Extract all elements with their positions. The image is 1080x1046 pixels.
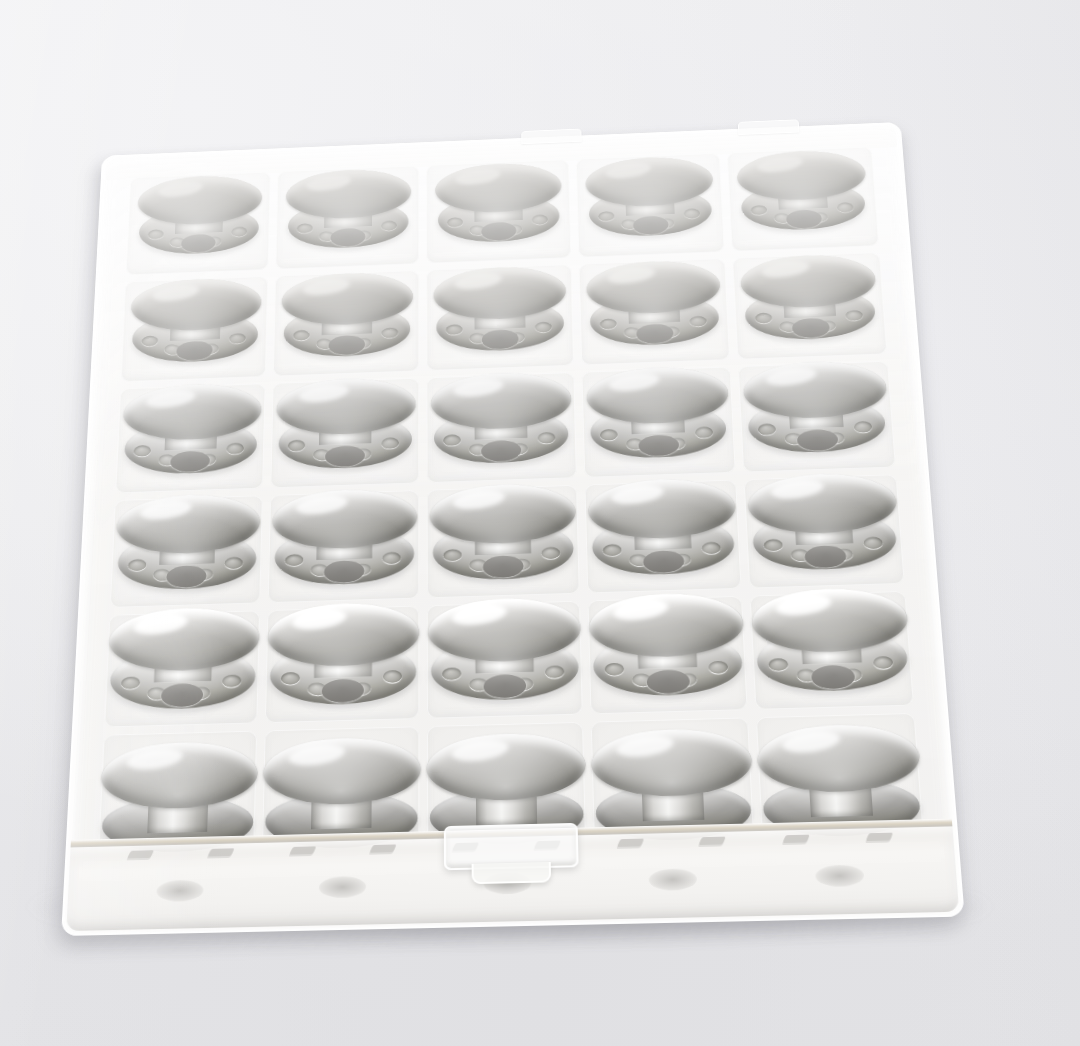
bobbin-core	[474, 184, 522, 222]
flange-hole	[662, 325, 680, 337]
flange-hole	[604, 663, 624, 676]
bobbin-core	[314, 630, 372, 679]
bobbin-core	[793, 498, 852, 544]
bobbin-bottom-flange	[589, 401, 727, 460]
flange-hole	[354, 337, 372, 349]
flange-hole	[352, 562, 371, 576]
bobbin-core	[807, 757, 872, 816]
flange-hole	[544, 665, 563, 678]
bobbin-center-hole	[330, 228, 365, 247]
bobbin	[587, 477, 738, 587]
bobbin-center-hole	[323, 560, 364, 582]
compartment	[744, 474, 905, 589]
flange-hole	[163, 343, 181, 355]
flange-hole	[841, 668, 863, 683]
flange-hole	[353, 448, 372, 461]
through-wall-bobbin-hole	[648, 868, 697, 891]
compartment	[98, 730, 257, 850]
flange-hole	[872, 656, 892, 669]
bobbin-center-hole	[646, 670, 690, 694]
through-wall-bobbin-hole	[815, 864, 865, 887]
bobbin-core	[147, 774, 208, 832]
flange-hole	[779, 320, 797, 332]
flange-hole	[318, 231, 335, 242]
bobbin-bottom-flange	[274, 525, 414, 586]
flange-hole	[228, 333, 245, 344]
bobbin-core	[474, 509, 530, 555]
through-wall-flange-mark	[289, 846, 316, 854]
bobbin-bottom-flange	[747, 396, 888, 455]
flange-hole	[825, 431, 845, 444]
bobbin-core	[319, 402, 372, 445]
bobbin-bottom-flange	[437, 193, 559, 245]
bobbin-center-hole	[170, 451, 210, 472]
flange-hole	[443, 434, 461, 446]
flange-hole	[836, 202, 853, 212]
flange-hole	[468, 332, 486, 344]
bobbin-center-hole	[483, 674, 526, 698]
flange-hole	[768, 658, 788, 671]
flange-hole	[599, 318, 616, 329]
bobbin-center-hole	[165, 565, 206, 587]
compartment	[273, 270, 419, 377]
bobbin-center-hole	[175, 341, 212, 361]
bobbin-bottom-flange	[740, 180, 866, 232]
compartment	[732, 252, 887, 360]
bobbin-top-flange	[586, 259, 721, 316]
bobbin-center-hole	[797, 429, 838, 451]
flange-hole	[351, 681, 371, 696]
bobbin	[586, 259, 723, 357]
flange-hole	[312, 448, 331, 461]
flange-hole	[382, 552, 400, 564]
bobbin-bottom-flange	[755, 627, 909, 693]
flange-hole	[284, 554, 302, 566]
flange-hole	[625, 438, 644, 451]
compartment-grid	[98, 147, 923, 851]
compartment	[121, 276, 269, 382]
flange-hole	[280, 672, 299, 685]
flange-hole	[169, 237, 186, 248]
bobbin-bottom-flange	[588, 186, 712, 238]
lid-hinge-tab	[521, 129, 581, 145]
flange-hole	[631, 673, 652, 687]
bobbin-core	[170, 300, 221, 340]
bobbin-center-hole	[481, 329, 518, 349]
compartment	[427, 372, 577, 482]
bobbin-center-hole	[635, 323, 673, 343]
compartment	[584, 479, 741, 593]
bobbin	[585, 155, 715, 247]
bobbin-core	[474, 396, 528, 440]
flange-hole	[671, 552, 691, 566]
flange-hole	[205, 236, 221, 248]
bobbin	[128, 277, 262, 374]
flange-hole	[666, 437, 685, 450]
flange-hole	[468, 677, 489, 691]
through-wall-flange-mark	[783, 835, 810, 843]
compartment	[104, 610, 260, 727]
flange-hole	[862, 536, 881, 548]
flange-hole	[198, 453, 216, 466]
flange-hole	[701, 542, 720, 554]
flange-hole	[147, 229, 163, 239]
bobbin-bottom-flange	[278, 412, 413, 470]
bobbin-bottom-flange	[138, 205, 259, 256]
flange-hole	[534, 321, 551, 332]
flange-hole	[446, 217, 462, 227]
flange-hole	[221, 675, 240, 688]
bobbin-core	[640, 762, 703, 821]
bobbin-core	[159, 519, 215, 565]
bobbin	[284, 168, 410, 259]
bobbin	[266, 602, 419, 718]
bobbin-bottom-flange	[589, 292, 719, 347]
bobbin	[746, 472, 901, 583]
bobbin-bottom-flange	[131, 309, 258, 363]
compartment	[275, 165, 419, 269]
bobbin	[736, 149, 870, 241]
bobbin-top-flange	[736, 149, 867, 203]
bobbin-center-hole	[482, 555, 523, 578]
bobbin	[433, 265, 567, 362]
flange-hole	[810, 211, 828, 223]
flange-hole	[773, 212, 790, 223]
flange-hole	[754, 312, 771, 323]
bobbin-core	[776, 171, 827, 209]
bobbin-bottom-flange	[592, 632, 743, 697]
flange-hole	[758, 423, 776, 435]
flange-hole	[763, 539, 782, 551]
flange-hole	[202, 342, 219, 354]
bobbin-center-hole	[160, 684, 203, 708]
flange-hole	[511, 557, 531, 571]
through-wall-flange-mark	[370, 844, 397, 852]
bobbin-top-flange	[739, 253, 876, 310]
bobbin-center-hole	[632, 216, 668, 235]
flange-hole	[152, 568, 172, 581]
flange-hole	[230, 227, 246, 237]
bobbin-core	[627, 282, 679, 323]
latch-lip	[472, 862, 552, 884]
flange-hole	[309, 563, 329, 576]
bobbin-core	[474, 288, 525, 329]
flange-hole	[306, 682, 327, 696]
through-wall-flange-mark	[127, 850, 154, 858]
flange-hole	[620, 219, 637, 230]
bobbin-bottom-flange	[436, 298, 564, 353]
bobbin-core	[153, 634, 212, 682]
bobbin-center-hole	[642, 550, 684, 573]
bobbin-center-hole	[791, 318, 830, 338]
latch-clasp	[444, 823, 579, 870]
bobbin-bottom-flange	[287, 199, 408, 250]
flange-hole	[513, 677, 534, 692]
flange-hole	[141, 335, 158, 346]
flange-hole	[695, 427, 713, 439]
through-wall-flange-mark	[699, 837, 726, 845]
flange-hole	[445, 324, 462, 335]
flange-hole	[531, 215, 547, 225]
bobbin	[135, 174, 262, 265]
flange-hole	[382, 670, 401, 683]
bobbin-core	[321, 294, 371, 334]
flange-hole	[833, 547, 854, 561]
flange-hole	[818, 319, 837, 331]
bobbin-top-flange	[590, 727, 752, 798]
bobbin	[428, 597, 582, 714]
flange-hole	[628, 553, 648, 566]
bobbin	[588, 592, 747, 709]
flange-hole	[288, 440, 306, 452]
flange-hole	[784, 432, 803, 445]
bobbin-bottom-flange	[591, 515, 735, 577]
flange-hole	[538, 432, 556, 444]
flange-hole	[796, 668, 817, 683]
bobbin-core	[316, 514, 371, 560]
flange-hole	[509, 442, 528, 455]
compartment	[426, 159, 571, 263]
bobbin	[275, 377, 415, 481]
compartment	[576, 153, 725, 257]
compartment	[265, 606, 419, 723]
compartment	[588, 596, 748, 714]
flange-hole	[443, 549, 461, 561]
bobbin	[750, 587, 913, 705]
compartment	[579, 258, 730, 365]
lid-hinge-tab	[738, 119, 800, 135]
flange-hole	[292, 330, 309, 341]
flange-hole	[676, 672, 697, 687]
bobbin-bottom-flange	[116, 530, 256, 591]
bobbin-core	[787, 385, 844, 429]
bobbin	[271, 487, 417, 596]
flange-hole	[469, 225, 486, 236]
flange-hole	[598, 211, 614, 221]
flange-hole	[381, 437, 399, 449]
bobbin-core	[311, 770, 372, 829]
bobbin-center-hole	[481, 440, 521, 461]
bobbin	[742, 360, 891, 465]
bobbin-top-flange	[585, 155, 714, 208]
bobbin-bottom-flange	[751, 509, 897, 571]
bobbin-center-hole	[328, 335, 365, 355]
flange-hole	[157, 454, 176, 467]
through-wall-flange-mark	[866, 833, 893, 841]
flange-hole	[134, 445, 152, 457]
bobbin	[113, 493, 260, 602]
bobbin-bottom-flange	[433, 407, 569, 466]
through-wall-bobbin-hole	[156, 880, 204, 902]
bobbin	[739, 253, 880, 351]
compartment	[582, 367, 736, 478]
flange-hole	[623, 326, 641, 338]
bobbin-core	[782, 276, 836, 317]
bobbin-top-flange	[742, 360, 888, 421]
bobbin-core	[799, 615, 861, 664]
through-wall-flange-mark	[207, 848, 234, 856]
compartment	[727, 147, 879, 252]
flange-hole	[146, 686, 167, 700]
bobbin-bottom-flange	[283, 304, 410, 359]
bobbin-center-hole	[638, 435, 679, 457]
compartment	[756, 712, 924, 834]
bobbin	[105, 606, 259, 722]
compartment	[110, 495, 263, 608]
flange-hole	[689, 316, 706, 327]
bobbin	[431, 371, 573, 475]
bobbin-core	[475, 766, 536, 825]
flange-hole	[127, 559, 145, 571]
bobbin-storage-case	[61, 122, 965, 936]
compartment	[427, 601, 583, 718]
bobbin	[586, 365, 731, 470]
bobbin	[435, 162, 562, 253]
bobbin-bottom-flange	[123, 418, 258, 476]
flange-hole	[468, 443, 487, 456]
flange-hole	[602, 544, 621, 556]
compartment	[126, 172, 271, 275]
bobbin-top-flange	[433, 265, 566, 321]
flange-hole	[224, 557, 242, 569]
bobbin-core	[164, 407, 218, 450]
compartment	[268, 490, 420, 603]
flange-hole	[505, 224, 522, 236]
bobbin-top-flange	[587, 477, 736, 540]
flange-hole	[226, 443, 244, 455]
compartment	[270, 378, 419, 488]
bobbin-top-flange	[746, 472, 898, 536]
flange-hole	[657, 218, 674, 230]
flange-hole	[600, 429, 618, 441]
flange-hole	[120, 676, 139, 689]
flange-hole	[315, 338, 333, 350]
flange-hole	[507, 331, 525, 343]
bobbin-center-hole	[810, 665, 855, 689]
flange-hole	[380, 221, 396, 231]
photo-scene	[0, 0, 1080, 1046]
bobbin-center-hole	[325, 446, 364, 467]
bobbin-top-flange	[756, 723, 922, 794]
compartment	[262, 726, 419, 847]
compartment	[115, 383, 265, 493]
bobbin-top-flange	[750, 587, 909, 654]
bobbin-center-hole	[480, 222, 516, 241]
bobbin-core	[624, 178, 674, 216]
bobbin	[429, 482, 576, 592]
flange-hole	[468, 558, 488, 571]
bobbin-center-hole	[321, 679, 364, 703]
bobbin-core	[630, 391, 685, 435]
flange-hole	[844, 310, 862, 321]
flange-hole	[441, 667, 460, 680]
bobbin	[120, 382, 262, 486]
bobbin-core	[636, 620, 696, 669]
bobbin-center-hole	[803, 545, 846, 568]
bobbin	[280, 271, 412, 368]
flange-hole	[190, 686, 210, 701]
bobbin-bottom-flange	[744, 286, 877, 341]
through-wall-flange-mark	[617, 839, 644, 847]
bobbin-core	[175, 196, 223, 234]
flange-hole	[381, 327, 398, 338]
bobbin-center-hole	[180, 234, 216, 253]
compartment	[738, 361, 896, 472]
flange-hole	[854, 421, 873, 433]
bobbin-bottom-flange	[431, 637, 579, 702]
bobbin-top-flange	[586, 365, 729, 426]
flange-hole	[683, 209, 699, 219]
bobbin-core	[475, 625, 534, 674]
through-wall-bobbin-hole	[319, 876, 366, 898]
compartment	[427, 484, 580, 598]
flange-hole	[707, 661, 727, 674]
flange-hole	[194, 567, 213, 581]
flange-hole	[355, 230, 372, 242]
flange-hole	[750, 205, 767, 215]
compartment	[426, 264, 574, 371]
bobbin-center-hole	[785, 210, 822, 229]
bobbin-core	[633, 503, 691, 549]
compartment	[750, 591, 914, 709]
bobbin-core	[324, 190, 372, 228]
bobbin-bottom-flange	[109, 646, 256, 711]
flange-hole	[790, 548, 810, 562]
flange-hole	[541, 547, 560, 559]
flange-hole	[296, 223, 312, 233]
bobbin-bottom-flange	[269, 642, 416, 707]
compartment	[591, 717, 754, 839]
bobbin-bottom-flange	[432, 520, 573, 581]
